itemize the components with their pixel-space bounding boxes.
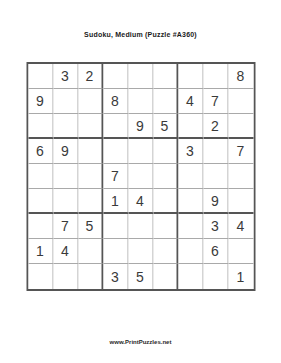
- cell-r7c6[interactable]: [153, 214, 178, 239]
- cell-r2c5[interactable]: [128, 89, 153, 114]
- cell-r4c8[interactable]: [203, 139, 228, 164]
- cell-r1c9[interactable]: 8: [228, 64, 253, 89]
- cell-r8c3[interactable]: [78, 239, 103, 264]
- cell-r9c4[interactable]: 3: [103, 264, 128, 289]
- cell-r8c8[interactable]: 6: [203, 239, 228, 264]
- cell-r3c4[interactable]: [103, 114, 128, 139]
- cell-r2c8[interactable]: 7: [203, 89, 228, 114]
- cell-r7c9[interactable]: 4: [228, 214, 253, 239]
- cell-r8c5[interactable]: [128, 239, 153, 264]
- cell-r7c4[interactable]: [103, 214, 128, 239]
- cell-r8c2[interactable]: 4: [53, 239, 78, 264]
- cell-r8c4[interactable]: [103, 239, 128, 264]
- cell-r2c6[interactable]: [153, 89, 178, 114]
- cell-r7c7[interactable]: [178, 214, 203, 239]
- cell-r5c6[interactable]: [153, 164, 178, 189]
- cell-r2c7[interactable]: 4: [178, 89, 203, 114]
- puzzle-title: Sudoku, Medium (Puzzle #A360): [0, 31, 281, 38]
- cell-r3c3[interactable]: [78, 114, 103, 139]
- cell-r3c8[interactable]: 2: [203, 114, 228, 139]
- cell-r5c2[interactable]: [53, 164, 78, 189]
- cell-r1c7[interactable]: [178, 64, 203, 89]
- cell-r7c3[interactable]: 5: [78, 214, 103, 239]
- cell-r1c1[interactable]: [28, 64, 53, 89]
- cell-r9c6[interactable]: [153, 264, 178, 289]
- cell-r6c5[interactable]: 4: [128, 189, 153, 214]
- cell-r4c5[interactable]: [128, 139, 153, 164]
- cell-r1c3[interactable]: 2: [78, 64, 103, 89]
- cell-r6c8[interactable]: 9: [203, 189, 228, 214]
- cell-r2c2[interactable]: [53, 89, 78, 114]
- cell-r3c1[interactable]: [28, 114, 53, 139]
- cell-r3c2[interactable]: [53, 114, 78, 139]
- cell-r4c3[interactable]: [78, 139, 103, 164]
- cell-r1c2[interactable]: 3: [53, 64, 78, 89]
- cell-r9c7[interactable]: [178, 264, 203, 289]
- cell-r5c7[interactable]: [178, 164, 203, 189]
- cell-r4c6[interactable]: [153, 139, 178, 164]
- page: Sudoku, Medium (Puzzle #A360) 3289847952…: [0, 0, 281, 363]
- cell-r4c1[interactable]: 6: [28, 139, 53, 164]
- cell-r7c1[interactable]: [28, 214, 53, 239]
- cell-r4c9[interactable]: 7: [228, 139, 253, 164]
- cell-r6c6[interactable]: [153, 189, 178, 214]
- site-footer: www.PrintPuzzles.net: [0, 339, 281, 345]
- cell-r6c3[interactable]: [78, 189, 103, 214]
- cell-r5c9[interactable]: [228, 164, 253, 189]
- cell-r9c5[interactable]: 5: [128, 264, 153, 289]
- cell-r8c6[interactable]: [153, 239, 178, 264]
- cell-r5c1[interactable]: [28, 164, 53, 189]
- cell-r3c9[interactable]: [228, 114, 253, 139]
- cell-r3c6[interactable]: 5: [153, 114, 178, 139]
- cell-r8c7[interactable]: [178, 239, 203, 264]
- cell-r2c4[interactable]: 8: [103, 89, 128, 114]
- cell-r8c9[interactable]: [228, 239, 253, 264]
- cell-r5c8[interactable]: [203, 164, 228, 189]
- cell-r4c7[interactable]: 3: [178, 139, 203, 164]
- cell-r6c9[interactable]: [228, 189, 253, 214]
- cell-r2c1[interactable]: 9: [28, 89, 53, 114]
- cell-r6c1[interactable]: [28, 189, 53, 214]
- cell-r4c4[interactable]: [103, 139, 128, 164]
- cell-r5c5[interactable]: [128, 164, 153, 189]
- cell-r1c5[interactable]: [128, 64, 153, 89]
- cell-r2c3[interactable]: [78, 89, 103, 114]
- cell-r7c5[interactable]: [128, 214, 153, 239]
- cell-r9c1[interactable]: [28, 264, 53, 289]
- cell-r1c4[interactable]: [103, 64, 128, 89]
- cell-r9c8[interactable]: [203, 264, 228, 289]
- cell-r7c2[interactable]: 7: [53, 214, 78, 239]
- cell-r5c4[interactable]: 7: [103, 164, 128, 189]
- cell-r2c9[interactable]: [228, 89, 253, 114]
- cell-r9c9[interactable]: 1: [228, 264, 253, 289]
- cell-r7c8[interactable]: 3: [203, 214, 228, 239]
- cell-r3c5[interactable]: 9: [128, 114, 153, 139]
- cell-r6c4[interactable]: 1: [103, 189, 128, 214]
- cell-r9c2[interactable]: [53, 264, 78, 289]
- cell-r9c3[interactable]: [78, 264, 103, 289]
- cell-r8c1[interactable]: 1: [28, 239, 53, 264]
- cell-r1c6[interactable]: [153, 64, 178, 89]
- cell-r5c3[interactable]: [78, 164, 103, 189]
- cell-r4c2[interactable]: 9: [53, 139, 78, 164]
- sudoku-board: 3289847952693771497534146351: [26, 62, 255, 291]
- cell-r3c7[interactable]: [178, 114, 203, 139]
- cell-r6c2[interactable]: [53, 189, 78, 214]
- cell-r6c7[interactable]: [178, 189, 203, 214]
- cell-r1c8[interactable]: [203, 64, 228, 89]
